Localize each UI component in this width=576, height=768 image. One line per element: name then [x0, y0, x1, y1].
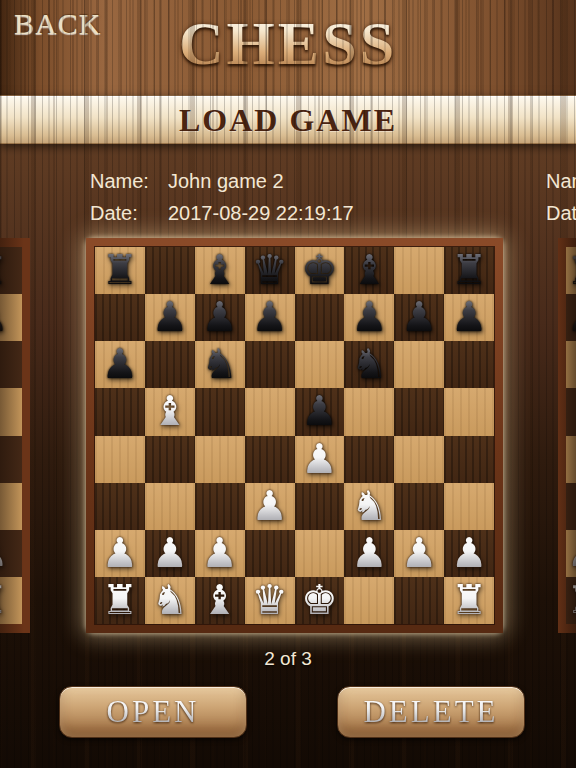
black-bishop: ♝ [351, 250, 388, 291]
square-c8: ♝ [195, 247, 245, 294]
saved-game-date: 2017-08-29 22:19:17 [168, 197, 354, 229]
square-a4 [95, 436, 145, 483]
square-a1: ♜ [95, 577, 145, 624]
square-g7: ♟ [394, 294, 444, 341]
square-g2: ♟ [394, 530, 444, 577]
white-rook: ♜ [102, 580, 139, 621]
white-pawn: ♟ [251, 486, 288, 527]
chess-board: ♜♝♛♚♝♜♟♟♟♟♟♟♟♞♞♝♟♟♟♞♟♟♟♟♟♟♜♞♝♛♚♜ [95, 247, 494, 624]
white-pawn: ♟ [102, 533, 139, 574]
square-h2: ♟ [444, 530, 494, 577]
square-d8: ♛ [245, 247, 295, 294]
white-knight: ♞ [151, 580, 188, 621]
square-c4 [195, 436, 245, 483]
previous-board-edge: ♜♟♟♜ [0, 238, 30, 633]
white-pawn: ♟ [401, 533, 438, 574]
neighbor-square: ♜ [0, 577, 22, 624]
neighbor-square [0, 341, 22, 388]
next-card-date-label: Date: [546, 197, 576, 229]
square-g8 [394, 247, 444, 294]
black-pawn: ♟ [351, 297, 388, 338]
back-button[interactable]: BACK [14, 6, 101, 42]
neighbor-square [566, 341, 576, 388]
black-knight: ♞ [201, 344, 238, 385]
square-e5: ♟ [295, 388, 345, 435]
square-f4 [344, 436, 394, 483]
neighbor-square [566, 436, 576, 483]
black-king: ♚ [301, 250, 338, 291]
neighbor-square: ♟ [566, 530, 576, 577]
black-rook: ♜ [567, 252, 576, 290]
square-h8: ♜ [444, 247, 494, 294]
square-d1: ♛ [245, 577, 295, 624]
neighbor-square: ♟ [0, 294, 22, 341]
square-c1: ♝ [195, 577, 245, 624]
open-button[interactable]: OPEN [59, 686, 247, 738]
square-e8: ♚ [295, 247, 345, 294]
square-c7: ♟ [195, 294, 245, 341]
square-f6: ♞ [344, 341, 394, 388]
next-board-edge: ♜♟♟♜ [558, 238, 576, 633]
white-king: ♚ [301, 580, 338, 621]
square-b1: ♞ [145, 577, 195, 624]
previous-board-sliver[interactable]: ♜♟♟♜ [0, 238, 30, 633]
open-button-label: OPEN [107, 694, 200, 730]
square-a5 [95, 388, 145, 435]
square-g5 [394, 388, 444, 435]
white-pawn: ♟ [451, 533, 488, 574]
square-d7: ♟ [245, 294, 295, 341]
square-d6 [245, 341, 295, 388]
black-pawn: ♟ [201, 297, 238, 338]
black-knight: ♞ [351, 344, 388, 385]
black-rook: ♜ [451, 250, 488, 291]
square-b3 [145, 483, 195, 530]
black-rook: ♜ [102, 250, 139, 291]
square-d5 [245, 388, 295, 435]
square-e3 [295, 483, 345, 530]
square-g6 [394, 341, 444, 388]
square-a8: ♜ [95, 247, 145, 294]
square-h3 [444, 483, 494, 530]
load-game-screen: CHESS LOAD GAME BACK Name: John game 2 D… [0, 0, 576, 768]
square-b4 [145, 436, 195, 483]
neighbor-square: ♟ [566, 294, 576, 341]
date-label: Date: [90, 197, 168, 229]
square-b5: ♝ [145, 388, 195, 435]
black-pawn: ♟ [251, 297, 288, 338]
square-d4 [245, 436, 295, 483]
square-h4 [444, 436, 494, 483]
square-e4: ♟ [295, 436, 345, 483]
black-bishop: ♝ [201, 250, 238, 291]
black-pawn: ♟ [567, 299, 576, 337]
white-pawn: ♟ [567, 534, 576, 572]
square-e2 [295, 530, 345, 577]
square-f3: ♞ [344, 483, 394, 530]
neighbor-square: ♜ [0, 247, 22, 294]
square-f1 [344, 577, 394, 624]
square-b7: ♟ [145, 294, 195, 341]
saved-game-name: John game 2 [168, 165, 284, 197]
square-c3 [195, 483, 245, 530]
nav-bar: LOAD GAME [0, 95, 576, 144]
delete-button-label: DELETE [363, 694, 498, 730]
black-pawn: ♟ [0, 299, 8, 337]
square-f5 [344, 388, 394, 435]
square-g3 [394, 483, 444, 530]
square-h5 [444, 388, 494, 435]
square-e7 [295, 294, 345, 341]
neighbor-square [566, 388, 576, 435]
black-queen: ♛ [251, 250, 288, 291]
square-b2: ♟ [145, 530, 195, 577]
square-h6 [444, 341, 494, 388]
next-card-meta-clipped: Name: Date: [546, 165, 576, 229]
saved-game-name-row: Name: John game 2 [90, 165, 354, 197]
white-pawn: ♟ [151, 533, 188, 574]
saved-game-meta: Name: John game 2 Date: 2017-08-29 22:19… [90, 165, 354, 229]
white-bishop: ♝ [151, 391, 188, 432]
square-a6: ♟ [95, 341, 145, 388]
square-f7: ♟ [344, 294, 394, 341]
white-rook: ♜ [451, 580, 488, 621]
white-pawn: ♟ [301, 439, 338, 480]
square-a3 [95, 483, 145, 530]
neighbor-square [0, 388, 22, 435]
white-pawn: ♟ [201, 533, 238, 574]
delete-button[interactable]: DELETE [337, 686, 525, 738]
black-rook: ♜ [0, 252, 8, 290]
next-card-name-label: Name: [546, 165, 576, 197]
white-knight: ♞ [351, 486, 388, 527]
neighbor-square [0, 436, 22, 483]
square-c2: ♟ [195, 530, 245, 577]
white-pawn: ♟ [351, 533, 388, 574]
black-pawn: ♟ [102, 344, 139, 385]
square-h1: ♜ [444, 577, 494, 624]
square-c6: ♞ [195, 341, 245, 388]
neighbor-square [566, 483, 576, 530]
square-g4 [394, 436, 444, 483]
square-e6 [295, 341, 345, 388]
square-e1: ♚ [295, 577, 345, 624]
square-b6 [145, 341, 195, 388]
square-b8 [145, 247, 195, 294]
white-rook: ♜ [567, 581, 576, 619]
white-pawn: ♟ [0, 534, 8, 572]
square-d3: ♟ [245, 483, 295, 530]
name-label: Name: [90, 165, 168, 197]
page-title: LOAD GAME [0, 101, 576, 139]
board-preview[interactable]: ♜♝♛♚♝♜♟♟♟♟♟♟♟♞♞♝♟♟♟♞♟♟♟♟♟♟♜♞♝♛♚♜ [86, 238, 503, 633]
black-pawn: ♟ [451, 297, 488, 338]
square-f2: ♟ [344, 530, 394, 577]
square-g1 [394, 577, 444, 624]
square-d2 [245, 530, 295, 577]
black-pawn: ♟ [301, 391, 338, 432]
white-bishop: ♝ [201, 580, 238, 621]
saved-game-date-row: Date: 2017-08-29 22:19:17 [90, 197, 354, 229]
square-h7: ♟ [444, 294, 494, 341]
square-a7 [95, 294, 145, 341]
square-f8: ♝ [344, 247, 394, 294]
black-pawn: ♟ [401, 297, 438, 338]
next-board-sliver[interactable]: ♜♟♟♜ [558, 238, 576, 633]
square-a2: ♟ [95, 530, 145, 577]
white-queen: ♛ [251, 580, 288, 621]
neighbor-square: ♜ [566, 247, 576, 294]
neighbor-square: ♟ [0, 530, 22, 577]
neighbor-square: ♜ [566, 577, 576, 624]
page-indicator: 2 of 3 [0, 648, 576, 670]
white-rook: ♜ [0, 581, 8, 619]
neighbor-square [0, 483, 22, 530]
black-pawn: ♟ [151, 297, 188, 338]
square-c5 [195, 388, 245, 435]
